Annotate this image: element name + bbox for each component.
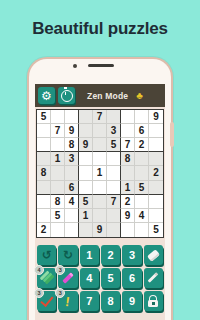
- sudoku-cell[interactable]: [65, 209, 79, 223]
- key-6[interactable]: 6: [122, 268, 141, 288]
- phone-side-button: [170, 122, 174, 147]
- stopwatch-icon: [61, 90, 73, 102]
- sudoku-cell[interactable]: [51, 181, 65, 195]
- key-2[interactable]: 2: [101, 245, 120, 265]
- sudoku-cell[interactable]: [135, 152, 149, 166]
- sudoku-cell[interactable]: 7: [51, 124, 65, 138]
- keypad: ↺↻123434563!3789: [37, 245, 163, 311]
- sudoku-cell[interactable]: [93, 138, 107, 152]
- lock-button[interactable]: [144, 291, 163, 311]
- sudoku-cell[interactable]: [93, 209, 107, 223]
- mode-label: Zen Mode: [87, 91, 128, 101]
- sudoku-cell[interactable]: [65, 110, 79, 124]
- sudoku-cell[interactable]: [93, 195, 107, 209]
- sudoku-cell[interactable]: 9: [79, 138, 93, 152]
- key-7[interactable]: 7: [80, 291, 99, 311]
- key-1[interactable]: 1: [80, 245, 99, 265]
- camera-dot: [73, 64, 77, 68]
- sudoku-cell[interactable]: 5: [107, 138, 121, 152]
- sudoku-cell[interactable]: [135, 166, 149, 180]
- sudoku-cell[interactable]: [149, 195, 163, 209]
- sudoku-cell[interactable]: [93, 181, 107, 195]
- sudoku-cell[interactable]: [65, 223, 79, 237]
- sudoku-cell[interactable]: [121, 166, 135, 180]
- pencil-marks-button[interactable]: 4: [37, 268, 56, 288]
- sudoku-cell[interactable]: 4: [65, 195, 79, 209]
- timer-button[interactable]: [58, 87, 75, 104]
- sudoku-cell[interactable]: [51, 138, 65, 152]
- sudoku-cell[interactable]: [149, 138, 163, 152]
- sudoku-cell[interactable]: [107, 209, 121, 223]
- sudoku-cell[interactable]: 8: [65, 138, 79, 152]
- sudoku-cell[interactable]: 1: [93, 166, 107, 180]
- key-4[interactable]: 4: [80, 268, 99, 288]
- settings-button[interactable]: ⚙: [38, 87, 55, 104]
- sudoku-cell[interactable]: 5: [149, 223, 163, 237]
- phone-mockup: ⚙ Zen Mode ♣ 579793689572138812615845725…: [27, 57, 173, 320]
- sudoku-cell[interactable]: [51, 223, 65, 237]
- undo-icon: ↺: [37, 245, 56, 265]
- sudoku-cell[interactable]: 4: [135, 209, 149, 223]
- badge-count: 4: [34, 265, 44, 275]
- sudoku-cell[interactable]: [79, 181, 93, 195]
- sudoku-cell[interactable]: [107, 152, 121, 166]
- sudoku-cell[interactable]: [107, 223, 121, 237]
- sudoku-cell[interactable]: [79, 166, 93, 180]
- sudoku-cell[interactable]: [37, 181, 51, 195]
- sudoku-cell[interactable]: [79, 124, 93, 138]
- sudoku-cell[interactable]: [107, 166, 121, 180]
- sudoku-cell[interactable]: [37, 124, 51, 138]
- sudoku-cell[interactable]: [149, 152, 163, 166]
- sudoku-cell[interactable]: 5: [135, 181, 149, 195]
- sudoku-cell[interactable]: [121, 223, 135, 237]
- lock-icon: [144, 291, 163, 311]
- sudoku-cell[interactable]: 7: [107, 195, 121, 209]
- club-icon: ♣: [136, 91, 143, 101]
- sudoku-cell[interactable]: 2: [135, 138, 149, 152]
- sudoku-cell[interactable]: [37, 138, 51, 152]
- sudoku-cell[interactable]: [107, 110, 121, 124]
- sudoku-cell[interactable]: 8: [51, 195, 65, 209]
- sudoku-cell[interactable]: [121, 110, 135, 124]
- sudoku-cell[interactable]: 1: [51, 152, 65, 166]
- phone-screen: ⚙ Zen Mode ♣ 579793689572138812615845725…: [35, 84, 165, 320]
- sudoku-cell[interactable]: 7: [121, 138, 135, 152]
- redo-icon: ↻: [58, 245, 77, 265]
- sudoku-cell[interactable]: [135, 195, 149, 209]
- sudoku-cell[interactable]: [79, 110, 93, 124]
- speaker-slit: [88, 64, 114, 67]
- check-button[interactable]: 3: [37, 291, 56, 311]
- sudoku-cell[interactable]: [37, 209, 51, 223]
- sudoku-cell[interactable]: 9: [65, 124, 79, 138]
- sudoku-board: 579793689572138812615845725194295: [36, 109, 164, 238]
- sudoku-cell[interactable]: [135, 110, 149, 124]
- sudoku-cell[interactable]: [51, 166, 65, 180]
- sudoku-cell[interactable]: 5: [51, 209, 65, 223]
- sudoku-cell[interactable]: 9: [149, 110, 163, 124]
- sudoku-cell[interactable]: 1: [79, 209, 93, 223]
- app-header-bar: ⚙ Zen Mode ♣: [35, 84, 165, 107]
- hint-button[interactable]: !3: [58, 291, 77, 311]
- sudoku-cell[interactable]: 6: [65, 181, 79, 195]
- pen-icon: [144, 268, 163, 288]
- sudoku-cell[interactable]: 6: [135, 124, 149, 138]
- key-5[interactable]: 5: [101, 268, 120, 288]
- sudoku-cell[interactable]: [51, 110, 65, 124]
- key-3[interactable]: 3: [122, 245, 141, 265]
- store-screenshot: Beautiful puzzles ⚙ Zen Mode ♣ 579793689…: [0, 0, 200, 320]
- eraser-button[interactable]: [144, 245, 163, 265]
- sudoku-cell[interactable]: 5: [37, 110, 51, 124]
- sudoku-cell[interactable]: [37, 195, 51, 209]
- undo-button[interactable]: ↺: [37, 245, 56, 265]
- sudoku-cell[interactable]: 9: [121, 209, 135, 223]
- sudoku-cell[interactable]: [121, 124, 135, 138]
- sudoku-cell[interactable]: 9: [93, 223, 107, 237]
- sudoku-cell[interactable]: [149, 209, 163, 223]
- page-title: Beautiful puzzles: [0, 19, 200, 39]
- sudoku-cell[interactable]: [79, 152, 93, 166]
- badge-count: 3: [34, 288, 44, 298]
- marker-button[interactable]: 3: [58, 268, 77, 288]
- sudoku-cell[interactable]: 5: [79, 195, 93, 209]
- sudoku-cell[interactable]: 3: [65, 152, 79, 166]
- gear-icon: ⚙: [41, 90, 52, 102]
- sudoku-cell[interactable]: [93, 124, 107, 138]
- sudoku-cell[interactable]: [149, 124, 163, 138]
- sudoku-cell[interactable]: 1: [121, 181, 135, 195]
- sudoku-cell[interactable]: 2: [37, 223, 51, 237]
- key-9[interactable]: 9: [122, 291, 141, 311]
- key-8[interactable]: 8: [101, 291, 120, 311]
- sudoku-cell[interactable]: 8: [37, 166, 51, 180]
- sudoku-cell[interactable]: [135, 223, 149, 237]
- sudoku-cell[interactable]: [79, 223, 93, 237]
- sudoku-cell[interactable]: [93, 152, 107, 166]
- eraser-icon: [144, 245, 163, 265]
- sudoku-cell[interactable]: [37, 152, 51, 166]
- sudoku-cell[interactable]: [149, 181, 163, 195]
- sudoku-cell[interactable]: 2: [121, 195, 135, 209]
- sudoku-cell[interactable]: [65, 166, 79, 180]
- sudoku-cell[interactable]: 7: [93, 110, 107, 124]
- sudoku-cell[interactable]: 2: [149, 166, 163, 180]
- sudoku-cell[interactable]: [107, 181, 121, 195]
- redo-button[interactable]: ↻: [58, 245, 77, 265]
- sudoku-cell[interactable]: 8: [121, 152, 135, 166]
- sudoku-cell[interactable]: 3: [107, 124, 121, 138]
- pen-button[interactable]: [144, 268, 163, 288]
